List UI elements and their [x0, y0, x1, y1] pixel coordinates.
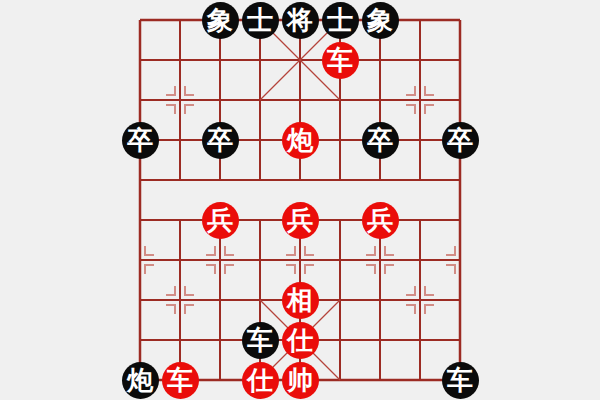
piece-black-soldier[interactable]: 卒 [442, 122, 479, 159]
piece-red-cannon[interactable]: 炮 [282, 122, 319, 159]
piece-black-general[interactable]: 将 [282, 2, 319, 39]
piece-red-elephant[interactable]: 相 [282, 282, 319, 319]
piece-black-soldier[interactable]: 卒 [362, 122, 399, 159]
piece-black-chariot[interactable]: 车 [242, 322, 279, 359]
piece-black-advisor[interactable]: 士 [322, 2, 359, 39]
piece-black-soldier[interactable]: 卒 [122, 122, 159, 159]
piece-red-soldier[interactable]: 兵 [202, 202, 239, 239]
piece-black-advisor[interactable]: 士 [242, 2, 279, 39]
piece-red-advisor[interactable]: 仕 [282, 322, 319, 359]
xiangqi-board: 象士将士象车卒卒炮卒卒兵兵兵相车仕炮车仕帅车 [0, 0, 600, 400]
piece-black-elephant[interactable]: 象 [362, 2, 399, 39]
piece-red-advisor[interactable]: 仕 [242, 362, 279, 399]
piece-red-chariot[interactable]: 车 [322, 42, 359, 79]
piece-black-elephant[interactable]: 象 [202, 2, 239, 39]
piece-red-soldier[interactable]: 兵 [362, 202, 399, 239]
piece-black-chariot[interactable]: 车 [442, 362, 479, 399]
piece-layer: 象士将士象车卒卒炮卒卒兵兵兵相车仕炮车仕帅车 [120, 0, 480, 400]
piece-red-soldier[interactable]: 兵 [282, 202, 319, 239]
piece-red-general[interactable]: 帅 [282, 362, 319, 399]
piece-red-chariot[interactable]: 车 [162, 362, 199, 399]
piece-black-soldier[interactable]: 卒 [202, 122, 239, 159]
piece-black-cannon[interactable]: 炮 [122, 362, 159, 399]
